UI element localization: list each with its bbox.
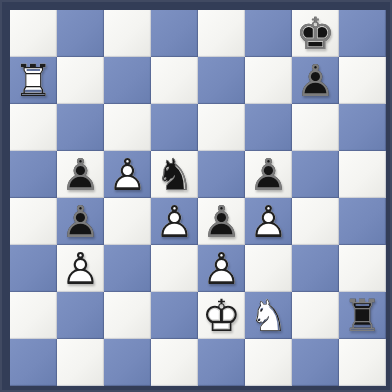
pawn-fill-glyph: ♟	[151, 198, 198, 245]
piece-black-knight-d5[interactable]: ♞♘	[151, 151, 198, 198]
pawn-fill-glyph: ♟	[198, 198, 245, 245]
piece-white-pawn-c5[interactable]: ♟♙	[104, 151, 151, 198]
king-fill-glyph: ♚	[292, 10, 339, 57]
square-f4[interactable]: ♟♙	[245, 198, 292, 245]
piece-white-knight-f2[interactable]: ♞♘	[245, 292, 292, 339]
knight-outline-glyph: ♘	[151, 151, 198, 198]
square-d7[interactable]	[151, 57, 198, 104]
square-h8[interactable]	[339, 10, 386, 57]
square-e6[interactable]	[198, 104, 245, 151]
pawn-fill-glyph: ♟	[104, 151, 151, 198]
pawn-outline-glyph: ♙	[57, 198, 104, 245]
square-a5[interactable]	[10, 151, 57, 198]
square-c4[interactable]	[104, 198, 151, 245]
square-c6[interactable]	[104, 104, 151, 151]
square-a8[interactable]	[10, 10, 57, 57]
square-f5[interactable]: ♟♙	[245, 151, 292, 198]
pawn-outline-glyph: ♙	[151, 198, 198, 245]
pawn-fill-glyph: ♟	[292, 57, 339, 104]
square-a1[interactable]	[10, 339, 57, 386]
square-b7[interactable]	[57, 57, 104, 104]
square-c5[interactable]: ♟♙	[104, 151, 151, 198]
square-d6[interactable]	[151, 104, 198, 151]
piece-black-pawn-e4[interactable]: ♟♙	[198, 198, 245, 245]
piece-black-pawn-f5[interactable]: ♟♙	[245, 151, 292, 198]
square-h1[interactable]	[339, 339, 386, 386]
king-outline-glyph: ♔	[198, 292, 245, 339]
pawn-fill-glyph: ♟	[245, 198, 292, 245]
piece-white-pawn-d4[interactable]: ♟♙	[151, 198, 198, 245]
knight-fill-glyph: ♞	[245, 292, 292, 339]
square-c8[interactable]	[104, 10, 151, 57]
square-e4[interactable]: ♟♙	[198, 198, 245, 245]
square-d8[interactable]	[151, 10, 198, 57]
square-g7[interactable]: ♟♙	[292, 57, 339, 104]
pawn-fill-glyph: ♟	[198, 245, 245, 292]
piece-black-pawn-g7[interactable]: ♟♙	[292, 57, 339, 104]
square-g8[interactable]: ♚♔	[292, 10, 339, 57]
square-f3[interactable]	[245, 245, 292, 292]
piece-black-rook-h2[interactable]: ♜♖	[339, 292, 386, 339]
square-f6[interactable]	[245, 104, 292, 151]
knight-outline-glyph: ♘	[245, 292, 292, 339]
piece-white-pawn-b3[interactable]: ♟♙	[57, 245, 104, 292]
piece-white-king-e2[interactable]: ♚♔	[198, 292, 245, 339]
pawn-fill-glyph: ♟	[57, 151, 104, 198]
piece-white-pawn-e3[interactable]: ♟♙	[198, 245, 245, 292]
square-e2[interactable]: ♚♔	[198, 292, 245, 339]
chess-board: ♚♔♜♖♟♙♟♙♟♙♞♘♟♙♟♙♟♙♟♙♟♙♟♙♟♙♚♔♞♘♜♖	[10, 10, 386, 386]
square-g2[interactable]	[292, 292, 339, 339]
square-d3[interactable]	[151, 245, 198, 292]
square-a6[interactable]	[10, 104, 57, 151]
square-a3[interactable]	[10, 245, 57, 292]
pawn-outline-glyph: ♙	[245, 198, 292, 245]
square-h2[interactable]: ♜♖	[339, 292, 386, 339]
piece-black-king-g8[interactable]: ♚♔	[292, 10, 339, 57]
piece-black-pawn-b5[interactable]: ♟♙	[57, 151, 104, 198]
rook-outline-glyph: ♖	[339, 292, 386, 339]
square-a4[interactable]	[10, 198, 57, 245]
square-g3[interactable]	[292, 245, 339, 292]
square-c1[interactable]	[104, 339, 151, 386]
pawn-outline-glyph: ♙	[198, 198, 245, 245]
square-e1[interactable]	[198, 339, 245, 386]
square-g4[interactable]	[292, 198, 339, 245]
piece-black-pawn-b4[interactable]: ♟♙	[57, 198, 104, 245]
square-h7[interactable]	[339, 57, 386, 104]
pawn-fill-glyph: ♟	[57, 198, 104, 245]
square-e7[interactable]	[198, 57, 245, 104]
square-h6[interactable]	[339, 104, 386, 151]
pawn-outline-glyph: ♙	[245, 151, 292, 198]
board-frame: ♚♔♜♖♟♙♟♙♟♙♞♘♟♙♟♙♟♙♟♙♟♙♟♙♟♙♚♔♞♘♜♖	[0, 0, 392, 392]
rook-fill-glyph: ♜	[10, 57, 57, 104]
chess-app-window: ♚♔♜♖♟♙♟♙♟♙♞♘♟♙♟♙♟♙♟♙♟♙♟♙♟♙♚♔♞♘♜♖	[0, 0, 392, 392]
square-f8[interactable]	[245, 10, 292, 57]
square-b1[interactable]	[57, 339, 104, 386]
square-e8[interactable]	[198, 10, 245, 57]
piece-white-rook-a7[interactable]: ♜♖	[10, 57, 57, 104]
pawn-outline-glyph: ♙	[104, 151, 151, 198]
square-a2[interactable]	[10, 292, 57, 339]
square-f2[interactable]: ♞♘	[245, 292, 292, 339]
pawn-outline-glyph: ♙	[57, 151, 104, 198]
pawn-outline-glyph: ♙	[198, 245, 245, 292]
square-e5[interactable]	[198, 151, 245, 198]
square-b4[interactable]: ♟♙	[57, 198, 104, 245]
piece-white-pawn-f4[interactable]: ♟♙	[245, 198, 292, 245]
square-h4[interactable]	[339, 198, 386, 245]
square-a7[interactable]: ♜♖	[10, 57, 57, 104]
king-outline-glyph: ♔	[292, 10, 339, 57]
rook-fill-glyph: ♜	[339, 292, 386, 339]
king-fill-glyph: ♚	[198, 292, 245, 339]
square-b2[interactable]	[57, 292, 104, 339]
square-h3[interactable]	[339, 245, 386, 292]
pawn-fill-glyph: ♟	[57, 245, 104, 292]
square-c2[interactable]	[104, 292, 151, 339]
square-g1[interactable]	[292, 339, 339, 386]
square-e3[interactable]: ♟♙	[198, 245, 245, 292]
square-b6[interactable]	[57, 104, 104, 151]
square-b5[interactable]: ♟♙	[57, 151, 104, 198]
square-d1[interactable]	[151, 339, 198, 386]
square-c3[interactable]	[104, 245, 151, 292]
square-d4[interactable]: ♟♙	[151, 198, 198, 245]
square-g5[interactable]	[292, 151, 339, 198]
square-f1[interactable]	[245, 339, 292, 386]
pawn-outline-glyph: ♙	[57, 245, 104, 292]
rook-outline-glyph: ♖	[10, 57, 57, 104]
square-b8[interactable]	[57, 10, 104, 57]
pawn-outline-glyph: ♙	[292, 57, 339, 104]
pawn-fill-glyph: ♟	[245, 151, 292, 198]
knight-fill-glyph: ♞	[151, 151, 198, 198]
square-b3[interactable]: ♟♙	[57, 245, 104, 292]
square-c7[interactable]	[104, 57, 151, 104]
square-d5[interactable]: ♞♘	[151, 151, 198, 198]
square-h5[interactable]	[339, 151, 386, 198]
square-g6[interactable]	[292, 104, 339, 151]
square-f7[interactable]	[245, 57, 292, 104]
square-d2[interactable]	[151, 292, 198, 339]
